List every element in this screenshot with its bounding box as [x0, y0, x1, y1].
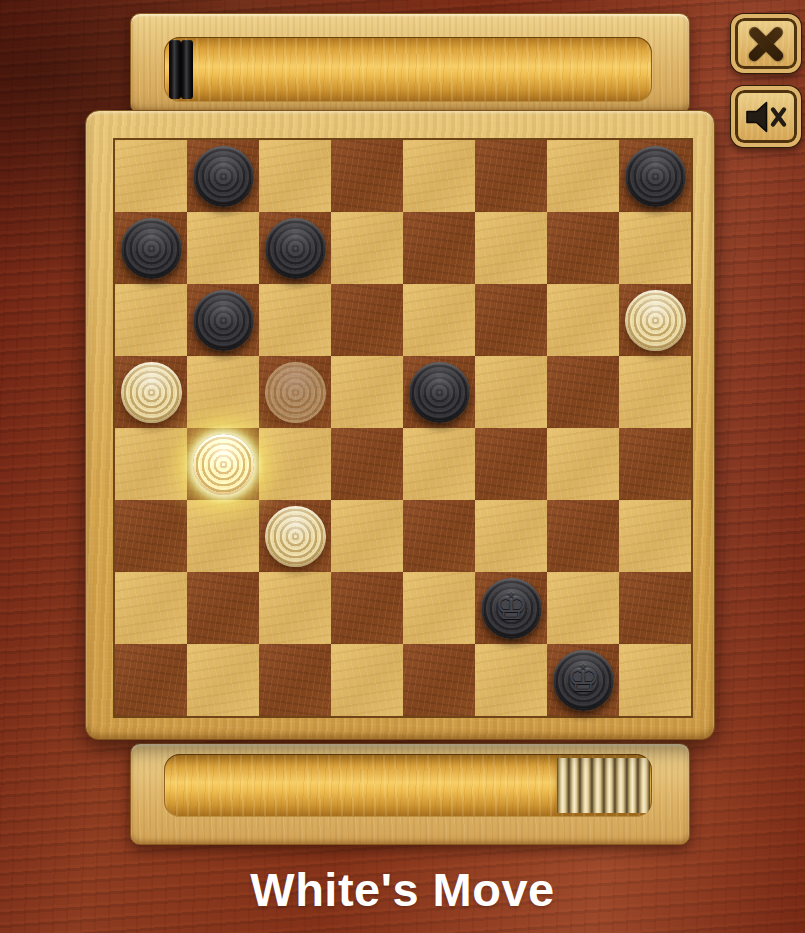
square-r3c0[interactable]: [115, 356, 187, 428]
bottom-tray-discs: [557, 758, 650, 813]
square-r0c7[interactable]: [619, 140, 691, 212]
square-r2c5[interactable]: [475, 284, 547, 356]
captured-white-piece-disc: [638, 758, 650, 813]
square-r6c5[interactable]: ♚: [475, 572, 547, 644]
square-r1c1[interactable]: [187, 212, 259, 284]
square-r1c5[interactable]: [475, 212, 547, 284]
square-r0c0[interactable]: [115, 140, 187, 212]
square-r6c1[interactable]: [187, 572, 259, 644]
square-r1c3[interactable]: [331, 212, 403, 284]
white-man-piece[interactable]: [265, 506, 326, 567]
square-r7c0[interactable]: [115, 644, 187, 716]
captured-black-piece-disc: [169, 40, 181, 99]
mute-button[interactable]: [731, 86, 801, 147]
square-r1c4[interactable]: [403, 212, 475, 284]
black-man-piece[interactable]: [265, 218, 326, 279]
bottom-tray-track: [164, 754, 652, 817]
square-r5c3[interactable]: [331, 500, 403, 572]
square-r3c1[interactable]: [187, 356, 259, 428]
square-r5c4[interactable]: [403, 500, 475, 572]
square-r4c1[interactable]: [187, 428, 259, 500]
square-r2c4[interactable]: [403, 284, 475, 356]
square-r2c1[interactable]: [187, 284, 259, 356]
square-r2c6[interactable]: [547, 284, 619, 356]
captured-white-piece-disc: [592, 758, 604, 813]
top-tray-track: [164, 37, 652, 102]
white-man-piece[interactable]: [121, 362, 182, 423]
king-crown-icon: ♚: [566, 660, 599, 697]
square-r3c4[interactable]: [403, 356, 475, 428]
square-r7c5[interactable]: [475, 644, 547, 716]
black-man-piece[interactable]: [409, 362, 470, 423]
square-r7c6[interactable]: ♚: [547, 644, 619, 716]
square-r3c3[interactable]: [331, 356, 403, 428]
square-r1c7[interactable]: [619, 212, 691, 284]
captured-white-piece-disc: [580, 758, 592, 813]
square-r1c2[interactable]: [259, 212, 331, 284]
square-r1c0[interactable]: [115, 212, 187, 284]
square-r0c1[interactable]: [187, 140, 259, 212]
square-r7c3[interactable]: [331, 644, 403, 716]
turn-status-text: White's Move: [0, 862, 805, 917]
square-r5c7[interactable]: [619, 500, 691, 572]
captured-white-piece-disc: [615, 758, 627, 813]
square-r6c0[interactable]: [115, 572, 187, 644]
top-tray-discs: [169, 40, 193, 99]
square-r7c7[interactable]: [619, 644, 691, 716]
white-man-piece[interactable]: [193, 434, 254, 495]
black-man-piece[interactable]: [121, 218, 182, 279]
square-r7c1[interactable]: [187, 644, 259, 716]
bottom-capture-tray: [130, 743, 690, 845]
black-man-piece[interactable]: [625, 146, 686, 207]
game-screen: ♚♚ White's Move: [0, 0, 805, 933]
square-r2c7[interactable]: [619, 284, 691, 356]
square-r5c0[interactable]: [115, 500, 187, 572]
ghost-white-man-piece[interactable]: [265, 362, 326, 423]
square-r1c6[interactable]: [547, 212, 619, 284]
captured-white-piece-disc: [627, 758, 639, 813]
square-r5c6[interactable]: [547, 500, 619, 572]
muted-speaker-icon: [744, 99, 788, 135]
square-r0c3[interactable]: [331, 140, 403, 212]
square-r4c6[interactable]: [547, 428, 619, 500]
square-r2c3[interactable]: [331, 284, 403, 356]
square-r5c5[interactable]: [475, 500, 547, 572]
square-r3c2[interactable]: [259, 356, 331, 428]
square-r5c1[interactable]: [187, 500, 259, 572]
top-tray-bar: [165, 38, 651, 101]
king-crown-icon: ♚: [494, 588, 527, 625]
square-r4c4[interactable]: [403, 428, 475, 500]
square-r4c5[interactable]: [475, 428, 547, 500]
black-king-piece[interactable]: ♚: [481, 578, 542, 639]
square-r0c5[interactable]: [475, 140, 547, 212]
square-r3c6[interactable]: [547, 356, 619, 428]
square-r4c7[interactable]: [619, 428, 691, 500]
captured-white-piece-disc: [569, 758, 581, 813]
white-man-piece[interactable]: [625, 290, 686, 351]
square-r7c4[interactable]: [403, 644, 475, 716]
close-button[interactable]: [731, 14, 801, 73]
square-r4c0[interactable]: [115, 428, 187, 500]
square-r4c2[interactable]: [259, 428, 331, 500]
black-man-piece[interactable]: [193, 290, 254, 351]
square-r7c2[interactable]: [259, 644, 331, 716]
captured-white-piece-disc: [604, 758, 616, 813]
captured-black-piece-disc: [181, 40, 193, 99]
square-r0c2[interactable]: [259, 140, 331, 212]
square-r2c0[interactable]: [115, 284, 187, 356]
black-man-piece[interactable]: [193, 146, 254, 207]
square-r6c2[interactable]: [259, 572, 331, 644]
top-capture-tray: [130, 13, 690, 114]
square-r6c3[interactable]: [331, 572, 403, 644]
captured-white-piece-disc: [557, 758, 569, 813]
square-r6c4[interactable]: [403, 572, 475, 644]
square-r3c7[interactable]: [619, 356, 691, 428]
black-king-piece[interactable]: ♚: [553, 650, 614, 711]
board-grid: ♚♚: [113, 138, 693, 718]
square-r0c6[interactable]: [547, 140, 619, 212]
square-r6c7[interactable]: [619, 572, 691, 644]
square-r6c6[interactable]: [547, 572, 619, 644]
checkers-board: ♚♚: [85, 110, 715, 740]
close-icon: [735, 18, 797, 69]
square-r0c4[interactable]: [403, 140, 475, 212]
square-r3c5[interactable]: [475, 356, 547, 428]
square-r4c3[interactable]: [331, 428, 403, 500]
square-r2c2[interactable]: [259, 284, 331, 356]
square-r5c2[interactable]: [259, 500, 331, 572]
